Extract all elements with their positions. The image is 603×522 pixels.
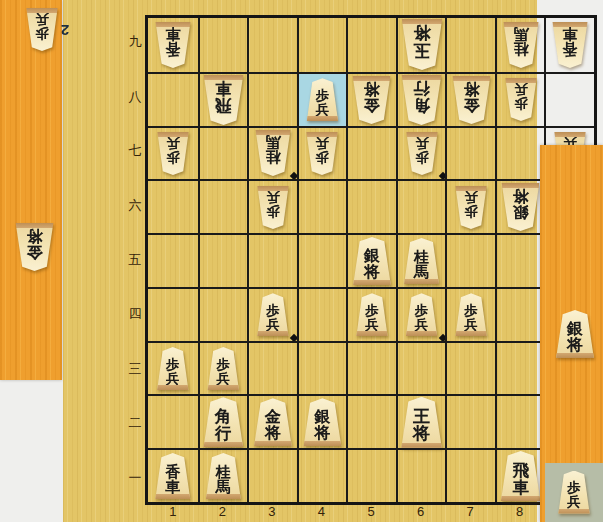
board-cell[interactable] [495,394,545,448]
rank-label: 五 [125,233,145,287]
board-cell[interactable] [247,18,297,72]
board-cell[interactable] [247,341,297,395]
piece-kanji: 香 [165,42,180,57]
board-cell[interactable]: 角行 [396,72,446,126]
shogi-piece[interactable]: 金将 [351,76,392,124]
board-cell[interactable]: 歩兵 [198,341,248,395]
rank-label: 二 [125,396,145,450]
board-cell[interactable] [346,18,396,72]
board-cell[interactable] [198,287,248,341]
piece-kanji: 兵 [166,372,180,386]
piece-kanji: 将 [463,80,479,96]
board-cell[interactable] [396,179,446,233]
shogi-piece[interactable]: 金将 [451,76,492,124]
piece-kanji: 歩 [567,481,581,495]
piece-kanji: 玉 [413,42,430,60]
piece-kanji: 香 [563,42,578,57]
piece-kanji: 歩 [464,204,478,218]
board-cell[interactable]: 飛車 [495,448,545,502]
piece-kanji: 将 [413,24,430,42]
shogi-app: 九八七六五四三二一 123456789 香車玉将桂馬香車飛車歩兵金将角行金将歩兵… [0,0,603,522]
piece-kanji: 兵 [514,83,528,97]
shogi-piece[interactable]: 歩兵 [206,347,240,390]
board-cell[interactable]: 歩兵 [445,179,495,233]
board-cell[interactable]: 歩兵 [247,179,297,233]
piece-kanji: 金 [463,97,479,113]
board-cell[interactable] [544,72,594,126]
piece-kanji: 将 [567,337,583,353]
board-cell[interactable] [297,287,347,341]
piece-kanji: 歩 [415,150,429,164]
rank-label: 八 [125,69,145,123]
board-cell[interactable] [495,341,545,395]
piece-kanji: 馬 [414,264,429,279]
piece-kanji: 角 [413,97,430,114]
piece-kanji: 兵 [166,137,180,151]
board-cell[interactable]: 玉将 [396,18,446,72]
board-cell[interactable]: 桂馬 [247,126,297,180]
board-cell[interactable]: 桂馬 [198,448,248,502]
piece-kanji: 桂 [216,464,231,479]
shogi-piece[interactable]: 飛車 [202,75,245,125]
board-cell[interactable] [346,448,396,502]
piece-kanji: 将 [364,264,380,280]
komadai-top-player [0,0,62,380]
rank-label: 七 [125,124,145,178]
shogi-piece[interactable]: 歩兵 [305,78,339,121]
rank-label: 六 [125,178,145,232]
piece-kanji: 王 [413,408,430,426]
shogi-piece[interactable]: 歩兵 [454,186,488,229]
piece-kanji: 歩 [166,358,180,372]
board-cell[interactable]: 香車 [148,448,198,502]
board-cell[interactable] [148,394,198,448]
board-cell[interactable]: 歩兵 [346,287,396,341]
piece-kanji: 歩 [217,358,231,372]
shogi-piece[interactable]: 玉将 [400,19,444,70]
piece-kanji: 歩 [514,97,528,111]
board-cell[interactable] [495,233,545,287]
piece-kanji: 銀 [364,248,380,264]
board-cell[interactable] [445,341,495,395]
board-cell[interactable]: 歩兵 [148,341,198,395]
piece-kanji: 桂 [513,42,528,57]
rank-label: 四 [125,287,145,341]
board-cell[interactable]: 銀将 [346,233,396,287]
board-cell[interactable] [148,233,198,287]
piece-kanji: 車 [563,26,578,41]
board-cell[interactable]: 飛車 [198,72,248,126]
piece-kanji: 車 [165,479,180,494]
board-cell[interactable]: 金将 [445,72,495,126]
shogi-piece[interactable]: 桂馬 [204,453,242,499]
piece-kanji: 兵 [567,495,581,509]
piece-kanji: 将 [314,425,330,441]
hand-slot[interactable]: 銀将 [552,308,598,360]
piece-kanji: 兵 [316,103,330,117]
rank-label: 九 [125,15,145,69]
piece-kanji: 将 [513,188,529,204]
piece-kanji: 兵 [415,137,429,151]
shogi-piece[interactable]: 歩兵 [454,293,488,336]
piece-kanji: 金 [26,244,42,260]
piece-kanji: 兵 [464,318,478,332]
board-cell[interactable] [346,179,396,233]
board-cell[interactable]: 歩兵 [148,126,198,180]
shogi-piece[interactable]: 角行 [400,75,443,125]
hand-slot[interactable]: 歩兵2 [22,5,62,53]
shogi-piece[interactable]: 歩兵 [305,132,339,175]
board-cell[interactable] [445,448,495,502]
board-cell[interactable] [396,341,446,395]
shogi-piece[interactable]: 香車 [154,22,192,68]
piece-kanji: 馬 [513,26,528,41]
board-cell[interactable] [346,394,396,448]
piece-kanji: 銀 [513,204,529,220]
board-cell[interactable] [198,126,248,180]
piece-kanji: 桂 [265,150,280,165]
board-cell[interactable] [297,448,347,502]
board-cell[interactable]: 歩兵 [396,287,446,341]
shogi-piece[interactable]: 銀将 [302,398,343,446]
hand-slot[interactable]: 金将 [12,221,56,273]
board-cell[interactable] [198,18,248,72]
hand-piece-count: 2 [61,22,69,39]
piece-kanji: 兵 [35,12,49,26]
piece-kanji: 車 [165,26,180,41]
piece-kanji: 兵 [266,190,280,204]
board-cell[interactable] [445,233,495,287]
board-cell[interactable] [297,341,347,395]
shogi-piece[interactable]: 桂馬 [254,130,292,176]
board-cell-lastmove[interactable]: 歩兵 [297,72,347,126]
piece-kanji: 兵 [316,137,330,151]
piece-kanji: 兵 [365,318,379,332]
piece-kanji: 金 [265,409,281,425]
board-cell[interactable] [495,287,545,341]
piece-kanji: 歩 [316,89,330,103]
shogi-piece[interactable]: 歩兵 [25,8,59,51]
shogi-piece[interactable]: 歩兵 [156,347,190,390]
board-cell[interactable] [445,126,495,180]
board-cell[interactable]: 銀将 [495,179,545,233]
board-cell[interactable]: 歩兵 [396,126,446,180]
board-cell[interactable] [148,179,198,233]
board-cell[interactable] [346,126,396,180]
board-cell[interactable] [445,18,495,72]
piece-kanji: 歩 [266,304,280,318]
rank-label: 三 [125,342,145,396]
board-cell[interactable] [297,233,347,287]
piece-kanji: 香 [165,464,180,479]
piece-kanji: 行 [413,80,430,97]
board-cell[interactable]: 金将 [346,72,396,126]
shogi-piece[interactable]: 銀将 [500,183,541,231]
piece-kanji: 将 [26,228,42,244]
shogi-piece[interactable]: 香車 [154,453,192,499]
piece-kanji: 歩 [464,304,478,318]
board-cell[interactable]: 角行 [198,394,248,448]
piece-kanji: 角 [215,408,232,425]
board-cell[interactable] [396,448,446,502]
shogi-piece[interactable]: 歩兵 [557,471,591,514]
piece-kanji: 兵 [217,372,231,386]
shogi-piece[interactable]: 歩兵 [156,132,190,175]
board-cell[interactable]: 王将 [396,394,446,448]
piece-kanji: 将 [265,425,281,441]
piece-kanji: 銀 [314,409,330,425]
piece-kanji: 馬 [216,479,231,494]
piece-kanji: 行 [215,425,232,442]
piece-kanji: 馬 [265,135,280,150]
shogi-piece[interactable]: 銀将 [555,310,596,358]
board-cell[interactable] [495,126,545,180]
shogi-piece[interactable]: 香車 [551,22,589,68]
shogi-piece[interactable]: 桂馬 [403,238,441,284]
piece-kanji: 兵 [415,318,429,332]
piece-kanji: 歩 [365,304,379,318]
shogi-piece[interactable]: 王将 [400,397,444,448]
piece-kanji: 兵 [464,190,478,204]
shogi-piece[interactable]: 角行 [202,397,245,447]
shogi-piece[interactable]: 歩兵 [504,78,538,121]
board-cell[interactable] [198,233,248,287]
piece-kanji: 歩 [415,304,429,318]
piece-kanji: 銀 [567,321,583,337]
board-cell[interactable]: 桂馬 [495,18,545,72]
shogi-piece[interactable]: 歩兵 [405,293,439,336]
shogi-piece[interactable]: 銀将 [351,237,392,285]
board-cell[interactable] [346,341,396,395]
piece-kanji: 兵 [266,318,280,332]
piece-kanji: 将 [413,425,430,443]
board-cell[interactable]: 歩兵 [495,72,545,126]
shogi-piece[interactable]: 歩兵 [256,186,290,229]
board-cell[interactable] [297,18,347,72]
board-cell[interactable] [148,287,198,341]
board-cell[interactable] [445,394,495,448]
shogi-piece[interactable]: 金将 [14,223,55,271]
board-cell[interactable] [148,72,198,126]
piece-kanji: 飛 [215,97,232,114]
piece-kanji: 歩 [266,204,280,218]
piece-kanji: 歩 [35,26,49,40]
rank-label: 一 [125,451,145,505]
board-cell[interactable] [247,233,297,287]
piece-kanji: 歩 [316,150,330,164]
board-cell[interactable]: 歩兵 [445,287,495,341]
board-cell[interactable]: 歩兵 [247,287,297,341]
shogi-piece[interactable]: 歩兵 [355,293,389,336]
shogi-piece[interactable]: 飛車 [499,451,542,501]
shogi-piece[interactable]: 桂馬 [502,22,540,68]
piece-kanji: 飛 [512,462,529,479]
board-cell[interactable] [297,179,347,233]
shogi-piece[interactable]: 歩兵 [256,293,290,336]
hand-slot[interactable]: 歩兵 [554,467,594,517]
board-cell[interactable] [247,72,297,126]
board-grid: 香車玉将桂馬香車飛車歩兵金将角行金将歩兵歩兵桂馬歩兵歩兵歩兵歩兵歩兵銀将銀将桂馬… [145,15,597,505]
board-cell[interactable]: 歩兵 [297,126,347,180]
board-cell[interactable]: 金将 [247,394,297,448]
piece-kanji: 将 [364,80,380,96]
piece-kanji: 車 [512,479,529,496]
piece-kanji: 桂 [414,249,429,264]
board-cell[interactable]: 香車 [148,18,198,72]
board-cell[interactable] [198,179,248,233]
board-cell[interactable] [247,448,297,502]
piece-kanji: 金 [364,97,380,113]
shogi-piece[interactable]: 金将 [252,398,293,446]
shogi-piece[interactable]: 歩兵 [405,132,439,175]
piece-kanji: 車 [215,80,232,97]
board-cell[interactable]: 桂馬 [396,233,446,287]
rank-labels: 九八七六五四三二一 [125,15,145,505]
board-cell[interactable]: 銀将 [297,394,347,448]
board-cell[interactable]: 香車 [544,18,594,72]
piece-kanji: 歩 [166,150,180,164]
shogi-board: 九八七六五四三二一 123456789 香車玉将桂馬香車飛車歩兵金将角行金将歩兵… [63,0,537,522]
